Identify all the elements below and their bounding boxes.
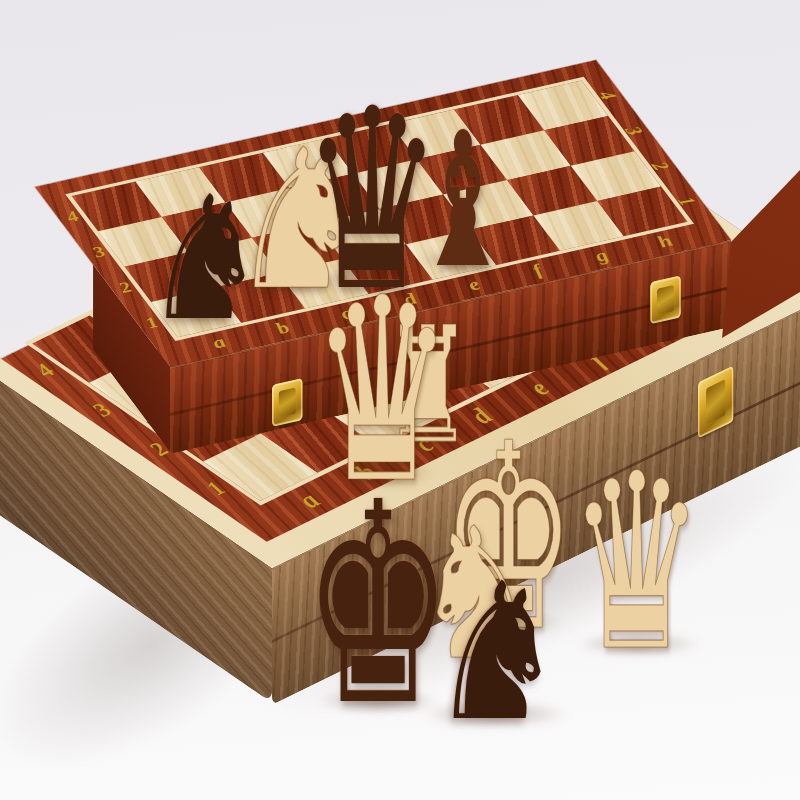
top-box-clasp-left <box>272 378 303 427</box>
dark-king: ♚ <box>295 466 462 744</box>
light-queen: ♛ <box>561 441 712 684</box>
top-box-clasp-right <box>650 275 681 324</box>
dark-knight: ♞ <box>137 173 274 344</box>
chess-set-product-photo: a b c d e f g h 4 3 2 1 a b c d e <box>0 0 800 800</box>
